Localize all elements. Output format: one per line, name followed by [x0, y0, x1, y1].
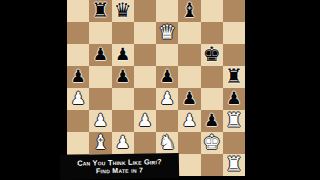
square-g7	[201, 22, 223, 44]
black-king: ♚	[203, 44, 221, 64]
square-h2	[223, 132, 245, 154]
square-f5	[178, 66, 200, 88]
square-d6	[134, 44, 156, 66]
black-rook: ♜	[225, 66, 243, 86]
square-b8: ♜	[89, 0, 111, 22]
white-knight: ♞	[158, 132, 176, 152]
square-a5: ♟	[67, 66, 89, 88]
square-b2: ♝	[89, 132, 111, 154]
square-d7	[134, 22, 156, 44]
white-king: ♚	[203, 132, 221, 152]
square-c7	[112, 22, 134, 44]
square-h8	[223, 0, 245, 22]
square-f6	[178, 44, 200, 66]
square-e5: ♟	[156, 66, 178, 88]
square-g2: ♚	[201, 132, 223, 154]
square-h7	[223, 22, 245, 44]
square-a3	[67, 110, 89, 132]
square-c4	[112, 88, 134, 110]
square-b7	[89, 22, 111, 44]
square-b6: ♟	[89, 44, 111, 66]
black-pawn: ♟	[115, 46, 130, 63]
square-g3: ♟	[201, 110, 223, 132]
square-d8	[134, 0, 156, 22]
square-e3	[156, 110, 178, 132]
square-a6	[67, 44, 89, 66]
square-c5: ♟	[112, 66, 134, 88]
black-pawn: ♟	[204, 112, 219, 129]
square-g6: ♚	[201, 44, 223, 66]
square-f3: ♟	[178, 110, 200, 132]
square-e7: ♛	[156, 22, 178, 44]
square-f2	[178, 132, 200, 154]
chess-board: ♜♛♝♛♟♟♚♟♟♟♜♟♟♟♟♟♟♟♟♜♝♟♞♚♜	[67, 0, 245, 176]
black-pawn: ♟	[71, 68, 86, 85]
white-pawn: ♟	[137, 112, 152, 129]
white-pawn: ♟	[182, 112, 197, 129]
square-g1	[201, 154, 223, 176]
white-pawn: ♟	[93, 112, 108, 129]
square-a7	[67, 22, 89, 44]
black-pawn: ♟	[182, 90, 197, 107]
caption-box: Can You Think Like Giri? Find Mate in 7	[60, 153, 179, 180]
square-h5: ♜	[223, 66, 245, 88]
white-pawn: ♟	[115, 134, 130, 151]
square-e2: ♞	[156, 132, 178, 154]
square-c8: ♛	[112, 0, 134, 22]
square-f1	[178, 154, 200, 176]
square-e4: ♟	[156, 88, 178, 110]
square-h6	[223, 44, 245, 66]
black-pawn: ♟	[115, 68, 130, 85]
caption-line-2: Find Mate in 7	[96, 167, 143, 176]
square-f7	[178, 22, 200, 44]
black-rook: ♜	[91, 0, 109, 20]
square-h4: ♟	[223, 88, 245, 110]
white-rook: ♜	[225, 154, 243, 174]
square-d4	[134, 88, 156, 110]
square-a8	[67, 0, 89, 22]
square-b4	[89, 88, 111, 110]
square-b5	[89, 66, 111, 88]
white-queen: ♛	[158, 22, 176, 42]
square-c3	[112, 110, 134, 132]
black-pawn: ♟	[93, 46, 108, 63]
square-g5	[201, 66, 223, 88]
white-pawn: ♟	[71, 90, 86, 107]
square-a2	[67, 132, 89, 154]
black-queen: ♛	[114, 0, 132, 20]
square-a4: ♟	[67, 88, 89, 110]
square-h3: ♜	[223, 110, 245, 132]
square-f4: ♟	[178, 88, 200, 110]
white-pawn: ♟	[160, 90, 175, 107]
square-d5	[134, 66, 156, 88]
square-c2: ♟	[112, 132, 134, 154]
square-g4	[201, 88, 223, 110]
square-d2	[134, 132, 156, 154]
black-pawn: ♟	[160, 68, 175, 85]
square-f8: ♝	[178, 0, 200, 22]
square-h1: ♜	[223, 154, 245, 176]
video-frame: ♜♛♝♛♟♟♚♟♟♟♜♟♟♟♟♟♟♟♟♜♝♟♞♚♜ Can You Think …	[0, 0, 320, 180]
square-b3: ♟	[89, 110, 111, 132]
black-pawn: ♟	[226, 90, 241, 107]
white-rook: ♜	[225, 110, 243, 130]
square-e6	[156, 44, 178, 66]
white-bishop: ♝	[91, 132, 109, 152]
square-g8	[201, 0, 223, 22]
square-e8	[156, 0, 178, 22]
square-c6: ♟	[112, 44, 134, 66]
black-bishop: ♝	[180, 0, 198, 20]
square-d3: ♟	[134, 110, 156, 132]
